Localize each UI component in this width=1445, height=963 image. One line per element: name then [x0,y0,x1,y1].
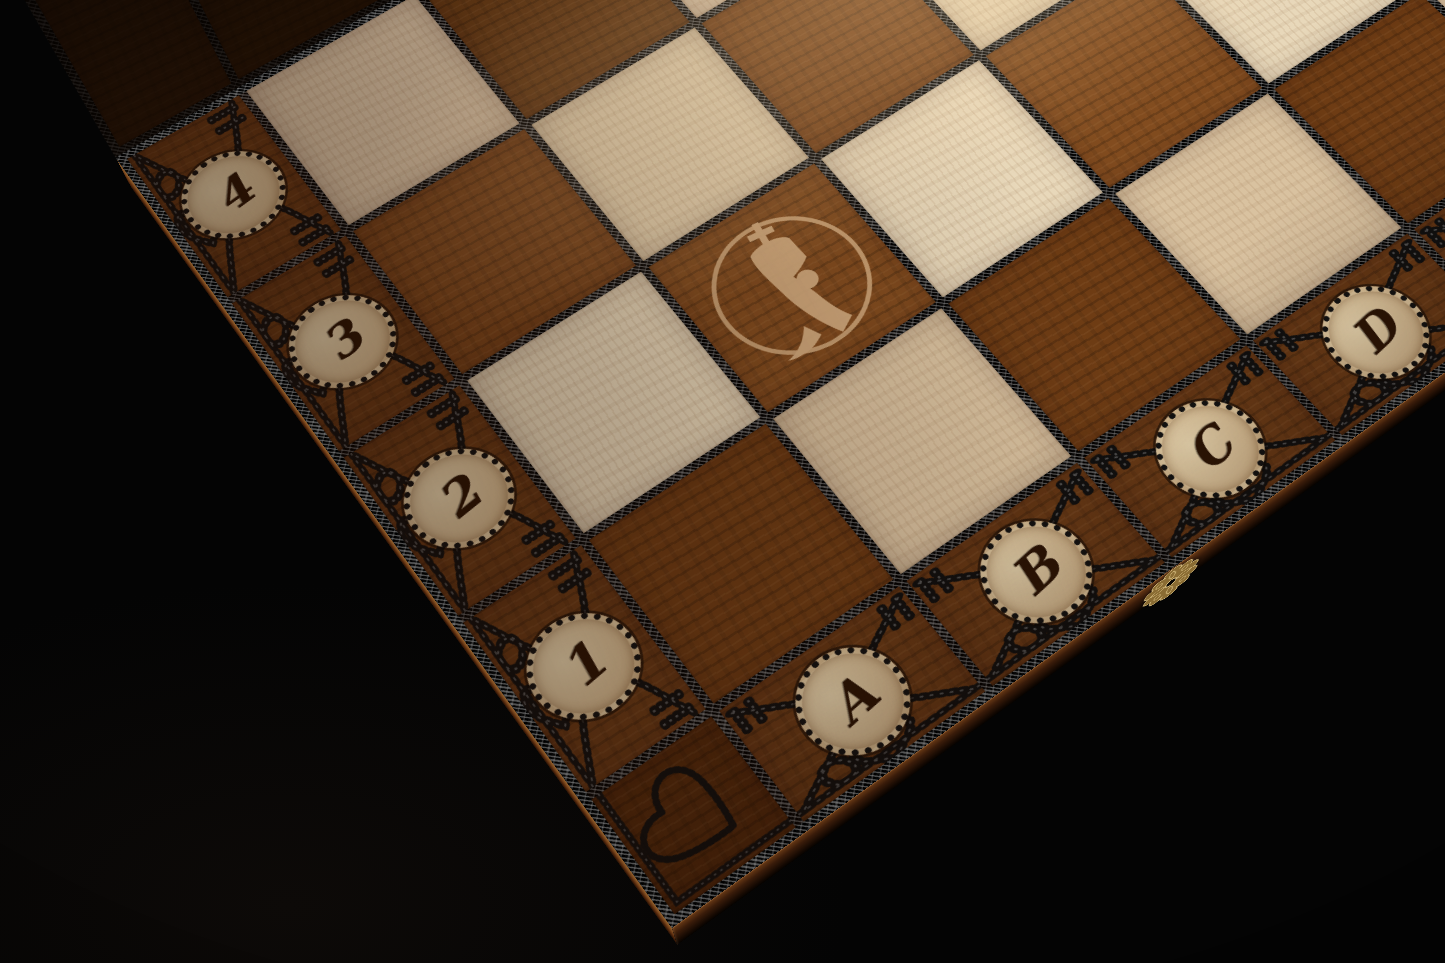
board-near-half: 4 3 2 1 A B C D E F G H [116,0,1445,928]
coordinate-label: A [818,668,887,734]
coordinate-label: C [1176,419,1243,479]
coordinate-label: 2 [428,469,491,527]
coordinate-label: 4 [204,169,262,220]
chess-board: 4 3 2 1 A B C D E F G H [0,0,1445,928]
coordinate-label: B [1001,540,1072,605]
photo-scene: 4 3 2 1 A B C D E F G H [0,0,1445,963]
coordinate-label: D [1341,303,1409,362]
coordinate-label: 1 [551,635,616,697]
near-grid: 4 3 2 1 A B C D E F G H [116,0,1445,928]
coordinate-label: 3 [312,314,372,368]
